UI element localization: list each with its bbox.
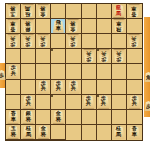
piece-kanji: 馬	[26, 132, 31, 138]
square-7h[interactable]	[36, 110, 51, 125]
piece-kanji: 兵	[132, 102, 137, 108]
piece-kanji: 歩	[0, 73, 4, 78]
sente-gold-6h[interactable]: 金将	[52, 110, 65, 123]
piece-kanji: 車	[132, 132, 137, 138]
piece-kanji: 歩	[132, 41, 137, 47]
sente-lance-9h[interactable]: 香車	[7, 110, 20, 123]
piece-kanji: 兵	[86, 51, 91, 57]
square-5f[interactable]: 歩兵	[66, 80, 81, 95]
square-4h[interactable]	[82, 110, 97, 125]
square-8b[interactable]: 銀将	[21, 19, 36, 34]
square-7b[interactable]	[36, 19, 51, 34]
piece-kanji: 兵	[56, 87, 61, 93]
gote-knight-8a[interactable]: 桂馬	[22, 4, 35, 17]
square-2b[interactable]: 飛車	[112, 19, 127, 34]
square-4g[interactable]: 歩兵	[82, 95, 97, 110]
square-4e[interactable]	[82, 64, 97, 79]
sente-knight-8i[interactable]: 桂馬	[22, 125, 35, 138]
piece-kanji: 歩	[26, 41, 31, 47]
gote-pawn-5c[interactable]: 歩兵	[67, 35, 80, 48]
square-3b[interactable]	[97, 19, 112, 34]
square-1e[interactable]	[127, 64, 142, 79]
piece-kanji: 香	[10, 26, 15, 32]
sente-pawn-9e[interactable]: 歩兵	[7, 65, 20, 78]
piece-kanji: 馬	[116, 11, 121, 17]
square-3f[interactable]	[97, 80, 112, 95]
sente-king-9i[interactable]: 玉将	[7, 125, 20, 138]
piece-kanji: 将	[71, 20, 76, 26]
sente-pawn-4g[interactable]: 歩兵	[82, 95, 95, 108]
piece-kanji: 兵	[71, 36, 76, 42]
square-3h[interactable]	[97, 110, 112, 125]
piece-kanji: 兵	[41, 87, 46, 93]
piece-kanji: 歩	[71, 41, 76, 47]
piece-kanji: 車	[10, 117, 15, 123]
square-9f[interactable]	[6, 80, 21, 95]
piece-kanji: 車	[116, 20, 121, 26]
gote-pawn-3d[interactable]: 歩兵	[97, 50, 110, 63]
piece-kanji: 歩	[146, 104, 150, 109]
square-2a[interactable]: 龍馬	[112, 4, 127, 19]
piece-kanji: 兵	[41, 36, 46, 42]
square-8i[interactable]: 桂馬	[21, 125, 36, 140]
square-2f[interactable]	[112, 80, 127, 95]
square-3d[interactable]: 歩兵	[97, 49, 112, 64]
sente-silver-8h[interactable]: 銀将	[22, 110, 35, 123]
square-5e[interactable]	[66, 64, 81, 79]
sente-pawn-6f[interactable]: 歩兵	[52, 80, 65, 93]
square-6g[interactable]	[51, 95, 66, 110]
square-4c[interactable]	[82, 34, 97, 49]
piece-kanji: 歩	[41, 41, 46, 47]
sente-gold-7i[interactable]: 金将	[37, 125, 50, 138]
square-4f[interactable]	[82, 80, 97, 95]
square-4b[interactable]	[82, 19, 97, 34]
right-stand-piece[interactable]: 角	[144, 72, 150, 82]
square-1a[interactable]: 香車	[127, 4, 142, 19]
square-2d[interactable]: 歩兵	[112, 49, 127, 64]
square-5h[interactable]	[66, 110, 81, 125]
square-7i[interactable]: 金将	[36, 125, 51, 140]
piece-kanji: 車	[10, 20, 15, 26]
piece-kanji: 金	[71, 26, 76, 32]
piece-kanji: 兵	[10, 36, 15, 42]
square-7d[interactable]	[36, 49, 51, 64]
star-point-0	[51, 49, 53, 51]
sente-rook-6b[interactable]: 飛車	[52, 19, 65, 32]
square-8h[interactable]: 銀将	[21, 110, 36, 125]
piece-kanji: 歩	[86, 56, 91, 62]
piece-kanji: 馬	[26, 5, 31, 11]
gote-pawn-1c[interactable]: 歩兵	[128, 35, 141, 48]
square-1b[interactable]	[127, 19, 142, 34]
piece-kanji: 兵	[26, 36, 31, 42]
gote-silver-8b[interactable]: 銀将	[22, 19, 35, 32]
square-2e[interactable]	[112, 64, 127, 79]
square-1i[interactable]: 香車	[127, 125, 142, 140]
gote-rook-2b[interactable]: 飛車	[113, 19, 126, 32]
shogi-board: 玉将桂馬金将龍馬香車香車銀将飛車金将飛車歩兵歩兵歩兵歩兵歩兵歩兵歩兵歩兵歩兵歩兵…	[5, 3, 143, 141]
square-5g[interactable]	[66, 95, 81, 110]
square-3e[interactable]	[97, 64, 112, 79]
square-9h[interactable]: 香車	[6, 110, 21, 125]
sente-knight-2i[interactable]: 桂馬	[113, 126, 126, 139]
square-7a[interactable]: 金将	[36, 4, 51, 19]
right-piece-stand: 角歩	[144, 17, 151, 117]
square-4d[interactable]: 歩兵	[82, 49, 97, 64]
left-piece-stand: 歩	[0, 63, 5, 88]
sente-pawn-8g[interactable]: 歩兵	[22, 95, 35, 108]
square-3i[interactable]	[97, 125, 112, 140]
square-8f[interactable]	[21, 80, 36, 95]
piece-kanji: 馬	[116, 132, 121, 138]
square-6h[interactable]: 金将	[51, 110, 66, 125]
gote-pawn-7c[interactable]: 歩兵	[37, 35, 50, 48]
piece-kanji: 兵	[10, 71, 15, 77]
gote-king-9a[interactable]: 玉将	[7, 4, 20, 17]
square-6c[interactable]	[51, 34, 66, 49]
square-5a[interactable]	[66, 4, 81, 19]
square-9d[interactable]	[6, 49, 21, 64]
square-9c[interactable]: 歩兵	[6, 34, 21, 49]
piece-kanji: 兵	[26, 102, 31, 108]
square-5i[interactable]	[66, 125, 81, 140]
star-point-2	[51, 95, 53, 97]
square-5c[interactable]: 歩兵	[66, 34, 81, 49]
square-9e[interactable]: 歩兵	[6, 64, 21, 79]
piece-kanji: 車	[132, 5, 137, 11]
sente-pawn-7f[interactable]: 歩兵	[37, 80, 50, 93]
square-8a[interactable]: 桂馬	[21, 4, 36, 19]
piece-kanji: 飛	[116, 26, 121, 32]
piece-kanji: 兵	[101, 102, 106, 108]
piece-kanji: 兵	[132, 36, 137, 42]
gote-gold-5b[interactable]: 金将	[67, 19, 80, 32]
piece-kanji: 歩	[101, 56, 106, 62]
sente-promoted-bishop-2a[interactable]: 龍馬	[113, 4, 126, 17]
square-4a[interactable]	[82, 4, 97, 19]
piece-kanji: 銀	[26, 26, 31, 32]
square-6a[interactable]	[51, 4, 66, 19]
square-3a[interactable]	[97, 4, 112, 19]
piece-kanji: 歩	[116, 56, 121, 62]
piece-kanji: 兵	[116, 51, 121, 57]
gote-pawn-2d[interactable]: 歩兵	[113, 50, 126, 63]
square-9a[interactable]: 玉将	[6, 4, 21, 19]
square-3g[interactable]: 歩兵	[97, 95, 112, 110]
square-1f[interactable]	[127, 80, 142, 95]
right-stand-piece[interactable]: 歩	[144, 101, 150, 111]
square-6b[interactable]: 飛車	[51, 19, 66, 34]
square-9b[interactable]: 香車	[6, 19, 21, 34]
piece-kanji: 将	[10, 132, 15, 138]
sente-pawn-1g[interactable]: 歩兵	[128, 95, 141, 108]
square-2i[interactable]: 桂馬	[112, 125, 127, 140]
star-point-3	[97, 95, 99, 97]
gote-pawn-9c[interactable]: 歩兵	[7, 35, 20, 48]
square-4i[interactable]	[82, 125, 97, 140]
square-9g[interactable]	[6, 95, 21, 110]
sente-pawn-3g[interactable]: 歩兵	[97, 95, 110, 108]
piece-kanji: 車	[56, 26, 61, 32]
piece-kanji: 将	[10, 5, 15, 11]
piece-kanji: 角	[146, 75, 150, 80]
square-1c[interactable]: 歩兵	[127, 34, 142, 49]
square-6i[interactable]	[51, 125, 66, 140]
square-8e[interactable]	[21, 64, 36, 79]
piece-kanji: 将	[26, 117, 31, 123]
square-9i[interactable]: 玉将	[6, 125, 21, 140]
square-5b[interactable]: 金将	[66, 19, 81, 34]
star-point-1	[97, 49, 99, 51]
piece-kanji: 将	[41, 132, 46, 138]
square-1g[interactable]: 歩兵	[127, 95, 142, 110]
piece-kanji: 将	[26, 20, 31, 26]
gote-lance-1a[interactable]: 香車	[128, 4, 141, 17]
square-7g[interactable]	[36, 95, 51, 110]
gote-pawn-8c[interactable]: 歩兵	[22, 35, 35, 48]
sente-lance-1i[interactable]: 香車	[128, 126, 141, 139]
square-6e[interactable]	[51, 64, 66, 79]
gote-pawn-4d[interactable]: 歩兵	[82, 50, 95, 63]
square-6f[interactable]: 歩兵	[51, 80, 66, 95]
square-8d[interactable]	[21, 49, 36, 64]
gote-lance-9b[interactable]: 香車	[7, 19, 20, 32]
square-3c[interactable]	[97, 34, 112, 49]
piece-kanji: 兵	[86, 102, 91, 108]
square-2c[interactable]	[112, 34, 127, 49]
square-8g[interactable]: 歩兵	[21, 95, 36, 110]
square-7c[interactable]: 歩兵	[36, 34, 51, 49]
piece-kanji: 将	[56, 117, 61, 123]
square-1d[interactable]	[127, 49, 142, 64]
square-8c[interactable]: 歩兵	[21, 34, 36, 49]
gote-gold-7a[interactable]: 金将	[37, 4, 50, 17]
piece-kanji: 歩	[10, 41, 15, 47]
shogi-app-screenshot: 玉将桂馬金将龍馬香車香車銀将飛車金将飛車歩兵歩兵歩兵歩兵歩兵歩兵歩兵歩兵歩兵歩兵…	[0, 0, 150, 150]
piece-kanji: 兵	[101, 51, 106, 57]
piece-kanji: 将	[41, 5, 46, 11]
piece-kanji: 兵	[71, 87, 76, 93]
sente-pawn-5f[interactable]: 歩兵	[67, 80, 80, 93]
square-2h[interactable]	[112, 110, 127, 125]
square-7f[interactable]: 歩兵	[36, 80, 51, 95]
square-2g[interactable]	[112, 95, 127, 110]
square-7e[interactable]	[36, 64, 51, 79]
square-6d[interactable]	[51, 49, 66, 64]
square-5d[interactable]	[66, 49, 81, 64]
square-1h[interactable]	[127, 110, 142, 125]
